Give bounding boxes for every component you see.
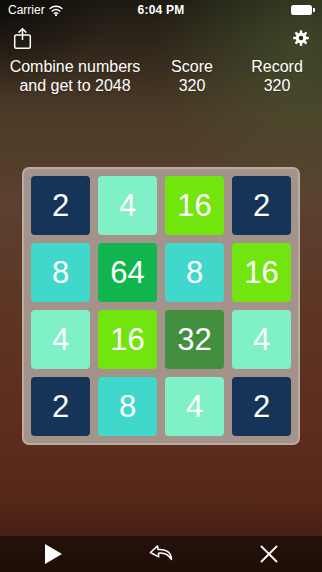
share-button[interactable] — [13, 27, 32, 50]
close-button[interactable] — [260, 545, 278, 563]
score-block: Score 320 — [152, 57, 232, 95]
app-screen: Carrier 6:04 PM — [0, 0, 322, 572]
play-icon — [44, 544, 62, 564]
settings-button[interactable] — [292, 29, 310, 47]
bottom-toolbar — [0, 536, 322, 572]
record-label: Record — [236, 57, 318, 76]
record-value: 320 — [236, 76, 318, 95]
tile-r1c3: 16 — [165, 176, 224, 235]
tile-r1c4: 2 — [232, 176, 291, 235]
battery-icon — [291, 5, 312, 15]
play-button[interactable] — [44, 544, 62, 564]
share-icon — [13, 27, 32, 50]
board-grid[interactable]: 241628648164163242842 — [22, 167, 300, 445]
tile-r2c3: 8 — [165, 243, 224, 302]
status-bar: Carrier 6:04 PM — [0, 0, 322, 20]
tile-r2c4: 16 — [232, 243, 291, 302]
score-value: 320 — [152, 76, 232, 95]
tile-r3c2: 16 — [98, 310, 157, 369]
tile-r4c1: 2 — [31, 377, 90, 436]
gear-icon — [292, 29, 310, 47]
undo-button[interactable] — [149, 544, 173, 564]
tile-r3c3: 32 — [165, 310, 224, 369]
tile-r4c3: 4 — [165, 377, 224, 436]
instruction-line2: and get to 2048 — [4, 76, 146, 95]
clock: 6:04 PM — [0, 3, 322, 17]
score-label: Score — [152, 57, 232, 76]
instruction-line1: Combine numbers — [4, 57, 146, 76]
tile-r4c2: 8 — [98, 377, 157, 436]
tile-r1c2: 4 — [98, 176, 157, 235]
tile-r4c4: 2 — [232, 377, 291, 436]
tile-r3c1: 4 — [31, 310, 90, 369]
record-block: Record 320 — [236, 57, 318, 95]
header: Combine numbers and get to 2048 Score 32… — [0, 57, 322, 99]
tile-r3c4: 4 — [232, 310, 291, 369]
tile-r2c1: 8 — [31, 243, 90, 302]
undo-icon — [149, 544, 173, 564]
tile-r1c1: 2 — [31, 176, 90, 235]
tile-r2c2: 64 — [98, 243, 157, 302]
close-icon — [260, 545, 278, 563]
instruction-text: Combine numbers and get to 2048 — [4, 57, 146, 95]
